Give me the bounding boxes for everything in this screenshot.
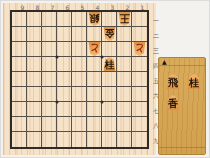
piece-glyph: 銀 <box>88 11 101 25</box>
board-cell: と <box>132 42 147 57</box>
board-cell <box>132 27 147 42</box>
board-cell <box>87 72 102 87</box>
board-cell <box>12 57 27 72</box>
hoshi-dot <box>56 56 59 59</box>
board-cell: と <box>87 42 102 57</box>
board-cell <box>57 57 72 72</box>
board-cell <box>87 102 102 117</box>
board-cell <box>102 117 117 132</box>
shogi-piece-gote: 銀 <box>88 12 101 26</box>
board-cell <box>12 12 27 27</box>
shogi-board: 987654321 一二三四五六七八九 銀王金とと桂 <box>3 3 156 155</box>
board-cell <box>27 72 42 87</box>
board-cell <box>12 132 27 147</box>
board-cell <box>117 132 132 147</box>
piece-glyph: と <box>88 41 101 55</box>
tsume-shogi-widget: 987654321 一二三四五六七八九 銀王金とと桂 ▲ 飛桂香 <box>0 0 210 158</box>
board-cell <box>72 132 87 147</box>
board-cell <box>72 102 87 117</box>
board-cell <box>42 102 57 117</box>
board-cell <box>27 132 42 147</box>
board-cell <box>132 87 147 102</box>
board-grid: 銀王金とと桂 <box>10 10 149 149</box>
board-cell <box>117 117 132 132</box>
board-cell <box>57 27 72 42</box>
board-cell <box>72 57 87 72</box>
board-cell <box>57 72 72 87</box>
piece-glyph: 金 <box>103 26 116 40</box>
board-cell <box>72 72 87 87</box>
board-cell <box>87 117 102 132</box>
board-cell: 金 <box>102 27 117 42</box>
board-cell <box>42 57 57 72</box>
board-cell <box>12 102 27 117</box>
board-cell <box>27 27 42 42</box>
komadai-seam <box>159 65 205 66</box>
board-cell <box>57 42 72 57</box>
shogi-piece-gote: 金 <box>103 27 116 41</box>
board-cell <box>117 72 132 87</box>
board-cell <box>87 57 102 72</box>
board-cell <box>57 12 72 27</box>
board-cell <box>27 117 42 132</box>
board-cell <box>12 42 27 57</box>
board-cell <box>42 132 57 147</box>
shogi-piece-gote: 王 <box>118 12 131 26</box>
board-cell <box>72 42 87 57</box>
board-cell <box>12 72 27 87</box>
hoshi-dot <box>101 56 104 59</box>
rank-label: 三 <box>152 43 160 58</box>
board-cell <box>87 87 102 102</box>
board-cell <box>42 117 57 132</box>
board-cell: 銀 <box>87 12 102 27</box>
board-cell <box>27 102 42 117</box>
piece-glyph: 飛 <box>166 75 180 90</box>
hand-piece: 香 <box>166 95 180 110</box>
board-cell <box>42 42 57 57</box>
board-cell <box>27 12 42 27</box>
piece-glyph: 桂 <box>187 75 201 90</box>
komadai-seam <box>159 147 205 148</box>
board-cell <box>102 12 117 27</box>
board-cell <box>12 117 27 132</box>
komadai-piece-stand: ▲ 飛桂香 <box>158 57 206 155</box>
board-cell: 桂 <box>102 57 117 72</box>
hoshi-dot <box>101 101 104 104</box>
hoshi-dot <box>56 101 59 104</box>
piece-glyph: 香 <box>166 96 180 111</box>
hand-piece: 飛 <box>166 74 180 89</box>
board-cell <box>102 42 117 57</box>
board-cell <box>132 102 147 117</box>
shogi-piece-gote: と <box>133 42 146 56</box>
board-cell <box>102 72 117 87</box>
shogi-piece-sente: 桂 <box>103 57 116 71</box>
board-cell <box>87 132 102 147</box>
board-cell <box>57 117 72 132</box>
board-cell <box>132 132 147 147</box>
board-cell <box>117 87 132 102</box>
board-cell <box>117 57 132 72</box>
board-cell <box>72 12 87 27</box>
rank-label: 一 <box>152 13 160 28</box>
piece-glyph: と <box>133 41 146 55</box>
piece-glyph: 王 <box>118 11 131 25</box>
board-cell <box>132 72 147 87</box>
board-cell <box>57 87 72 102</box>
board-cell <box>27 87 42 102</box>
board-cell <box>12 87 27 102</box>
board-cell <box>117 27 132 42</box>
hand-piece: 桂 <box>187 74 201 89</box>
board-cell <box>72 87 87 102</box>
board-cell <box>132 57 147 72</box>
board-cell <box>42 72 57 87</box>
board-cell <box>72 27 87 42</box>
rank-label: 二 <box>152 28 160 43</box>
board-cell <box>87 27 102 42</box>
board-cell <box>12 27 27 42</box>
board-cell <box>57 132 72 147</box>
board-cell <box>117 102 132 117</box>
board-cell <box>27 42 42 57</box>
board-cell <box>102 102 117 117</box>
shogi-piece-gote: と <box>88 42 101 56</box>
board-cell <box>57 102 72 117</box>
board-cell <box>42 12 57 27</box>
board-cell <box>102 87 117 102</box>
board-cell <box>117 42 132 57</box>
board-cell <box>72 117 87 132</box>
board-cell: 王 <box>117 12 132 27</box>
piece-glyph: 桂 <box>103 58 116 72</box>
board-cell <box>42 87 57 102</box>
board-cell <box>132 12 147 27</box>
board-cell <box>42 27 57 42</box>
board-cell <box>132 117 147 132</box>
sente-marker-icon: ▲ <box>162 58 167 65</box>
board-cell <box>27 57 42 72</box>
board-cell <box>102 132 117 147</box>
